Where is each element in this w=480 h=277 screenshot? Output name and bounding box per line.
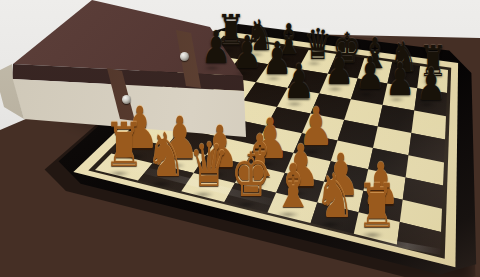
piece-black-pawn-g7[interactable]: ♟ [385, 56, 415, 101]
piece-white-king-d1[interactable]: ♚ [230, 146, 271, 207]
piece-black-pawn-e7[interactable]: ♟ [324, 46, 354, 91]
piece-white-rook-g1[interactable]: ♜ [357, 176, 398, 237]
piece-white-queen-c1[interactable]: ♛ [188, 136, 229, 197]
piece-black-pawn-f7[interactable]: ♟ [355, 51, 385, 96]
chess-pieces: ♜♞♝♛♚♝♞♜♟♟♟♟♟♟♟♟♟♟♟♟♟♝♟♟♟♜♞♛♚♝♞♜ [0, 0, 480, 277]
piece-white-bishop-e1[interactable]: ♝ [273, 156, 314, 217]
piece-black-pawn-b7[interactable]: ♟ [232, 30, 262, 75]
piece-black-pawn-a7[interactable]: ♟ [201, 25, 231, 70]
piece-white-knight-b1[interactable]: ♞ [146, 125, 187, 186]
piece-white-rook-a1[interactable]: ♜ [104, 115, 145, 176]
piece-black-pawn-h7[interactable]: ♟ [416, 62, 446, 107]
photo-scene: ♜♞♝♛♚♝♞♜♟♟♟♟♟♟♟♟♟♟♟♟♟♝♟♟♟♜♞♛♚♝♞♜ [0, 0, 480, 277]
piece-white-knight-f1[interactable]: ♞ [315, 166, 356, 227]
